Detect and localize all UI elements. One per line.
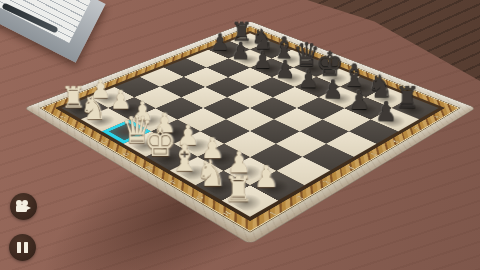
white-knight[interactable]: ♞ — [76, 92, 111, 125]
camera-view-button[interactable] — [10, 193, 37, 220]
black-pawn[interactable]: ♟ — [369, 98, 404, 124]
pause-button[interactable] — [9, 234, 36, 261]
white-rook[interactable]: ♜ — [218, 172, 258, 207]
game-scene: ABCDEFGH 87654321 ♜♞♝♛♚♝♞♜♟♟♟♟♟♟♟♟♟♟♟♟♟♟… — [0, 0, 480, 270]
movie-camera-icon — [16, 200, 31, 213]
pause-icon — [17, 242, 28, 253]
